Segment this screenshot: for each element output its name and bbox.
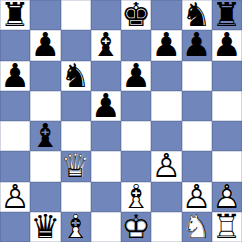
square-e1[interactable]: ♚♔ — [121, 212, 151, 242]
square-b3[interactable] — [30, 151, 60, 181]
square-e4[interactable] — [121, 121, 151, 151]
square-g8[interactable]: ♞ — [182, 0, 212, 30]
square-e5[interactable] — [121, 91, 151, 121]
white-king-fill: ♚ — [121, 212, 151, 242]
white-pawn-fill: ♟ — [0, 182, 30, 212]
square-b1[interactable]: ♛ — [30, 212, 60, 242]
square-d1[interactable] — [91, 212, 121, 242]
square-c1[interactable]: ♝♗ — [61, 212, 91, 242]
square-f4[interactable] — [151, 121, 181, 151]
square-h3[interactable] — [212, 151, 242, 181]
black-bishop: ♝ — [91, 30, 121, 60]
square-a6[interactable]: ♟ — [0, 61, 30, 91]
square-c6[interactable]: ♞ — [61, 61, 91, 91]
square-d4[interactable] — [91, 121, 121, 151]
square-a7[interactable] — [0, 30, 30, 60]
white-rook-fill: ♜ — [212, 212, 242, 242]
square-g4[interactable] — [182, 121, 212, 151]
square-h1[interactable]: ♜♖ — [212, 212, 242, 242]
square-e7[interactable] — [121, 30, 151, 60]
black-rook: ♜ — [0, 0, 30, 30]
white-pawn: ♙ — [182, 182, 212, 212]
square-c4[interactable] — [61, 121, 91, 151]
white-queen: ♕ — [61, 151, 91, 181]
white-pawn: ♙ — [151, 151, 181, 181]
white-pawn: ♙ — [0, 182, 30, 212]
square-g5[interactable] — [182, 91, 212, 121]
square-d8[interactable] — [91, 0, 121, 30]
square-h4[interactable] — [212, 121, 242, 151]
square-d7[interactable]: ♝ — [91, 30, 121, 60]
square-h8[interactable]: ♜ — [212, 0, 242, 30]
white-queen-fill: ♛ — [61, 151, 91, 181]
square-c8[interactable] — [61, 0, 91, 30]
square-b8[interactable] — [30, 0, 60, 30]
square-a2[interactable]: ♟♙ — [0, 182, 30, 212]
square-e8[interactable]: ♚ — [121, 0, 151, 30]
square-a1[interactable] — [0, 212, 30, 242]
square-d3[interactable] — [91, 151, 121, 181]
square-h5[interactable] — [212, 91, 242, 121]
square-c3[interactable]: ♛♕ — [61, 151, 91, 181]
black-bishop: ♝ — [30, 121, 60, 151]
white-pawn-fill: ♟ — [151, 151, 181, 181]
square-b6[interactable] — [30, 61, 60, 91]
black-pawn: ♟ — [30, 30, 60, 60]
square-h6[interactable] — [212, 61, 242, 91]
square-e2[interactable]: ♝♗ — [121, 182, 151, 212]
square-g7[interactable]: ♟ — [182, 30, 212, 60]
square-g2[interactable]: ♟♙ — [182, 182, 212, 212]
black-pawn: ♟ — [182, 30, 212, 60]
white-knight-fill: ♞ — [182, 212, 212, 242]
black-king: ♚ — [121, 0, 151, 30]
black-pawn: ♟ — [151, 30, 181, 60]
square-a4[interactable] — [0, 121, 30, 151]
black-rook: ♜ — [212, 0, 242, 30]
black-knight: ♞ — [182, 0, 212, 30]
square-h2[interactable]: ♟♙ — [212, 182, 242, 212]
black-pawn: ♟ — [0, 61, 30, 91]
square-c2[interactable] — [61, 182, 91, 212]
black-queen: ♛ — [30, 212, 60, 242]
square-b2[interactable] — [30, 182, 60, 212]
square-a5[interactable] — [0, 91, 30, 121]
square-a3[interactable] — [0, 151, 30, 181]
square-f1[interactable] — [151, 212, 181, 242]
white-pawn-fill: ♟ — [182, 182, 212, 212]
square-b5[interactable] — [30, 91, 60, 121]
square-f5[interactable] — [151, 91, 181, 121]
square-d6[interactable] — [91, 61, 121, 91]
black-pawn: ♟ — [212, 30, 242, 60]
square-f6[interactable] — [151, 61, 181, 91]
square-f7[interactable]: ♟ — [151, 30, 181, 60]
square-h7[interactable]: ♟ — [212, 30, 242, 60]
white-king: ♔ — [121, 212, 151, 242]
square-c5[interactable] — [61, 91, 91, 121]
black-knight: ♞ — [61, 61, 91, 91]
square-g3[interactable] — [182, 151, 212, 181]
white-bishop-fill: ♝ — [121, 182, 151, 212]
square-f8[interactable] — [151, 0, 181, 30]
square-d2[interactable] — [91, 182, 121, 212]
square-b4[interactable]: ♝ — [30, 121, 60, 151]
white-pawn: ♙ — [212, 182, 242, 212]
square-e6[interactable]: ♟ — [121, 61, 151, 91]
square-f3[interactable]: ♟♙ — [151, 151, 181, 181]
square-a8[interactable]: ♜ — [0, 0, 30, 30]
square-b7[interactable]: ♟ — [30, 30, 60, 60]
chess-board: ♜♚♞♜♟♝♟♟♟♟♞♟♟♝♛♕♟♙♟♙♝♗♟♙♟♙♛♝♗♚♔♞♘♜♖ — [0, 0, 242, 242]
white-knight: ♘ — [182, 212, 212, 242]
square-d5[interactable]: ♟ — [91, 91, 121, 121]
white-bishop-fill: ♝ — [61, 212, 91, 242]
black-pawn: ♟ — [91, 91, 121, 121]
black-pawn: ♟ — [121, 61, 151, 91]
white-pawn-fill: ♟ — [212, 182, 242, 212]
white-bishop: ♗ — [121, 182, 151, 212]
square-g6[interactable] — [182, 61, 212, 91]
square-g1[interactable]: ♞♘ — [182, 212, 212, 242]
white-rook: ♖ — [212, 212, 242, 242]
white-bishop: ♗ — [61, 212, 91, 242]
square-c7[interactable] — [61, 30, 91, 60]
square-e3[interactable] — [121, 151, 151, 181]
square-f2[interactable] — [151, 182, 181, 212]
